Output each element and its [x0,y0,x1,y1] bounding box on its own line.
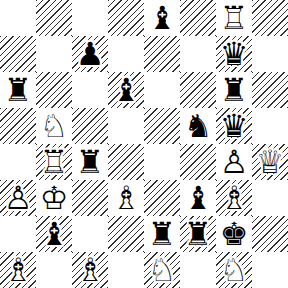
black-rook-piece: ♜♜ [0,72,36,108]
white-bishop-piece: ♝♗ [0,252,36,288]
square-e5[interactable] [144,108,180,144]
square-h3[interactable] [252,180,288,216]
white-bishop-piece: ♝♗ [216,180,252,216]
square-h7[interactable] [252,36,288,72]
black-queen-piece: ♛♛ [216,36,252,72]
piece-glyph: ♜ [216,72,252,108]
square-g3[interactable]: ♝♗ [216,180,252,216]
black-bishop-piece: ♝♝ [144,0,180,36]
white-bishop-piece: ♝♗ [72,252,108,288]
square-g6[interactable]: ♜♜ [216,72,252,108]
square-g5[interactable]: ♛♛ [216,108,252,144]
square-c4[interactable]: ♜♜ [72,144,108,180]
square-h2[interactable] [252,216,288,252]
square-b7[interactable] [36,36,72,72]
piece-glyph: ♜ [144,216,180,252]
black-bishop-piece: ♝♝ [180,180,216,216]
square-g1[interactable]: ♞♘ [216,252,252,288]
black-king-piece: ♚♚ [216,216,252,252]
piece-glyph: ♗ [216,180,252,216]
piece-glyph: ♛ [216,36,252,72]
black-pawn-piece: ♟♟ [72,36,108,72]
piece-glyph: ♝ [36,216,72,252]
piece-glyph: ♜ [0,72,36,108]
piece-glyph: ♗ [108,180,144,216]
square-d3[interactable]: ♝♗ [108,180,144,216]
square-d8[interactable] [108,0,144,36]
square-a5[interactable] [0,108,36,144]
black-bishop-piece: ♝♝ [36,216,72,252]
square-a1[interactable]: ♝♗ [0,252,36,288]
square-e4[interactable] [144,144,180,180]
piece-glyph: ♘ [216,252,252,288]
square-b4[interactable]: ♜♖ [36,144,72,180]
piece-glyph: ♘ [36,108,72,144]
piece-glyph: ♜ [72,144,108,180]
square-a8[interactable] [0,0,36,36]
square-e1[interactable]: ♞♘ [144,252,180,288]
white-king-piece: ♚♔ [36,180,72,216]
square-d4[interactable] [108,144,144,180]
square-e7[interactable] [144,36,180,72]
chess-board: ♝♝♜♖♟♟♛♛♜♜♝♝♜♜♞♘♞♞♛♛♜♖♜♜♟♙♛♕♟♙♚♔♝♗♝♝♝♗♝♝… [0,0,288,288]
black-rook-piece: ♜♜ [144,216,180,252]
piece-glyph: ♔ [36,180,72,216]
piece-glyph: ♖ [36,144,72,180]
square-g8[interactable]: ♜♖ [216,0,252,36]
square-h1[interactable] [252,252,288,288]
piece-glyph: ♕ [252,144,288,180]
white-bishop-piece: ♝♗ [108,180,144,216]
square-h6[interactable] [252,72,288,108]
square-c8[interactable] [72,0,108,36]
black-rook-piece: ♜♜ [180,216,216,252]
piece-glyph: ♙ [0,180,36,216]
square-a2[interactable] [0,216,36,252]
square-b6[interactable] [36,72,72,108]
piece-glyph: ♖ [216,0,252,36]
square-e2[interactable]: ♜♜ [144,216,180,252]
piece-glyph: ♗ [72,252,108,288]
square-e3[interactable] [144,180,180,216]
square-a6[interactable]: ♜♜ [0,72,36,108]
square-a4[interactable] [0,144,36,180]
square-f1[interactable] [180,252,216,288]
square-d7[interactable] [108,36,144,72]
piece-glyph: ♝ [108,72,144,108]
square-b1[interactable] [36,252,72,288]
piece-glyph: ♛ [216,108,252,144]
square-f3[interactable]: ♝♝ [180,180,216,216]
square-h4[interactable]: ♛♕ [252,144,288,180]
square-d5[interactable] [108,108,144,144]
square-a3[interactable]: ♟♙ [0,180,36,216]
square-f5[interactable]: ♞♞ [180,108,216,144]
piece-glyph: ♞ [180,108,216,144]
piece-glyph: ♗ [0,252,36,288]
white-knight-piece: ♞♘ [36,108,72,144]
piece-glyph: ♙ [216,144,252,180]
square-f2[interactable]: ♜♜ [180,216,216,252]
square-c6[interactable] [72,72,108,108]
white-knight-piece: ♞♘ [144,252,180,288]
square-g2[interactable]: ♚♚ [216,216,252,252]
square-f6[interactable] [180,72,216,108]
square-f7[interactable] [180,36,216,72]
piece-glyph: ♝ [144,0,180,36]
square-c5[interactable] [72,108,108,144]
square-f4[interactable] [180,144,216,180]
square-c1[interactable]: ♝♗ [72,252,108,288]
white-pawn-piece: ♟♙ [216,144,252,180]
square-b3[interactable]: ♚♔ [36,180,72,216]
square-d1[interactable] [108,252,144,288]
square-h8[interactable] [252,0,288,36]
white-knight-piece: ♞♘ [216,252,252,288]
square-h5[interactable] [252,108,288,144]
square-c7[interactable]: ♟♟ [72,36,108,72]
white-rook-piece: ♜♖ [216,0,252,36]
white-queen-piece: ♛♕ [252,144,288,180]
piece-glyph: ♚ [216,216,252,252]
piece-glyph: ♘ [144,252,180,288]
square-c3[interactable] [72,180,108,216]
black-rook-piece: ♜♜ [72,144,108,180]
square-d6[interactable]: ♝♝ [108,72,144,108]
piece-glyph: ♟ [72,36,108,72]
square-e8[interactable]: ♝♝ [144,0,180,36]
square-g4[interactable]: ♟♙ [216,144,252,180]
black-knight-piece: ♞♞ [180,108,216,144]
white-rook-piece: ♜♖ [36,144,72,180]
square-g7[interactable]: ♛♛ [216,36,252,72]
piece-glyph: ♝ [180,180,216,216]
square-b8[interactable] [36,0,72,36]
piece-glyph: ♜ [180,216,216,252]
square-b2[interactable]: ♝♝ [36,216,72,252]
black-queen-piece: ♛♛ [216,108,252,144]
black-bishop-piece: ♝♝ [108,72,144,108]
square-d2[interactable] [108,216,144,252]
square-e6[interactable] [144,72,180,108]
square-c2[interactable] [72,216,108,252]
square-f8[interactable] [180,0,216,36]
white-pawn-piece: ♟♙ [0,180,36,216]
square-a7[interactable] [0,36,36,72]
black-rook-piece: ♜♜ [216,72,252,108]
square-b5[interactable]: ♞♘ [36,108,72,144]
